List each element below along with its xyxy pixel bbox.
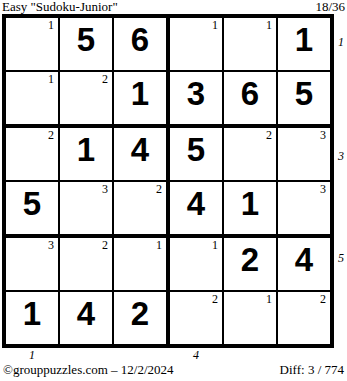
cell-r1c1[interactable]: 1 (6, 18, 60, 72)
column-label-1: 1 (29, 349, 35, 362)
footer: ©grouppuzzles.com – 12/2/2024 Diff: 3 / … (3, 363, 344, 377)
row-label-1: 1 (338, 36, 347, 49)
column-label-4: 4 (193, 349, 199, 362)
cell-r6c5[interactable]: 1 (224, 292, 278, 344)
cell-value: 1 (278, 18, 330, 70)
cell-r4c6[interactable]: 3 (278, 182, 330, 238)
cell-r3c2[interactable]: 1 (60, 128, 114, 182)
corner-mark: 3 (320, 129, 326, 142)
cell-r2c5[interactable]: 6 (224, 72, 278, 128)
cell-value: 1 (6, 292, 58, 344)
cell-r5c5[interactable]: 2 (224, 238, 278, 292)
cell-r4c3[interactable]: 2 (114, 182, 170, 238)
cell-r5c6[interactable]: 4 (278, 238, 330, 292)
cell-r2c2[interactable]: 2 (60, 72, 114, 128)
cell-r3c5[interactable]: 2 (224, 128, 278, 182)
cell-value: 1 (114, 72, 166, 124)
corner-mark: 3 (102, 183, 108, 196)
puzzle-title: Easy "Sudoku-Junior" (2, 0, 118, 14)
header: Easy "Sudoku-Junior" 18/36 (2, 0, 345, 14)
cell-r2c1[interactable]: 1 (6, 72, 60, 128)
cell-value: 3 (170, 72, 222, 124)
copyright-text: ©grouppuzzles.com – 12/2/2024 (3, 363, 174, 377)
cell-value: 6 (224, 72, 276, 124)
cell-r1c3[interactable]: 6 (114, 18, 170, 72)
corner-mark: 2 (266, 129, 272, 142)
cell-r4c4[interactable]: 4 (170, 182, 224, 238)
difficulty-text: Diff: 3 / 774 (280, 363, 344, 377)
cell-r3c3[interactable]: 4 (114, 128, 170, 182)
cell-r1c6[interactable]: 1 (278, 18, 330, 72)
cell-r2c3[interactable]: 1 (114, 72, 170, 128)
cell-r6c2[interactable]: 4 (60, 292, 114, 344)
cell-r3c4[interactable]: 5 (170, 128, 224, 182)
cell-r6c4[interactable]: 2 (170, 292, 224, 344)
filled-counter: 18/36 (315, 0, 345, 14)
corner-mark: 1 (48, 73, 54, 86)
cell-value: 1 (60, 128, 112, 180)
cell-r3c6[interactable]: 3 (278, 128, 330, 182)
corner-mark: 1 (48, 19, 54, 32)
cell-value: 4 (60, 292, 112, 344)
cell-r2c4[interactable]: 3 (170, 72, 224, 128)
cell-value: 4 (114, 128, 166, 180)
cell-value: 1 (224, 182, 276, 234)
corner-mark: 2 (156, 183, 162, 196)
cell-r5c1[interactable]: 3 (6, 238, 60, 292)
cell-value: 2 (114, 292, 166, 344)
cell-r4c2[interactable]: 3 (60, 182, 114, 238)
cell-r6c6[interactable]: 2 (278, 292, 330, 344)
cell-value: 5 (278, 72, 330, 124)
cell-value: 5 (6, 182, 58, 234)
corner-mark: 3 (48, 239, 54, 252)
puzzle-page: Easy "Sudoku-Junior" 18/36 1561111213652… (0, 0, 347, 381)
corner-mark: 1 (156, 239, 162, 252)
corner-mark: 2 (102, 239, 108, 252)
cell-r2c6[interactable]: 5 (278, 72, 330, 128)
cell-r4c1[interactable]: 5 (6, 182, 60, 238)
cell-r4c5[interactable]: 1 (224, 182, 278, 238)
corner-mark: 2 (212, 293, 218, 306)
row-label-5: 5 (338, 252, 347, 265)
cell-value: 4 (278, 238, 330, 290)
corner-mark: 1 (212, 19, 218, 32)
cell-r1c4[interactable]: 1 (170, 18, 224, 72)
corner-mark: 1 (266, 293, 272, 306)
cell-value: 6 (114, 18, 166, 70)
corner-mark: 2 (48, 129, 54, 142)
corner-mark: 2 (102, 73, 108, 86)
cell-r1c2[interactable]: 5 (60, 18, 114, 72)
cell-r5c2[interactable]: 2 (60, 238, 114, 292)
corner-mark: 2 (320, 293, 326, 306)
cell-r5c4[interactable]: 1 (170, 238, 224, 292)
cell-value: 2 (224, 238, 276, 290)
cell-r5c3[interactable]: 1 (114, 238, 170, 292)
cell-r3c1[interactable]: 2 (6, 128, 60, 182)
cell-r6c3[interactable]: 2 (114, 292, 170, 344)
cell-value: 5 (170, 128, 222, 180)
cell-r1c5[interactable]: 1 (224, 18, 278, 72)
row-label-3: 3 (338, 150, 347, 163)
cell-r6c1[interactable]: 1 (6, 292, 60, 344)
cell-value: 4 (170, 182, 222, 234)
corner-mark: 3 (320, 183, 326, 196)
sudoku-grid: 156111121365214523532413321124142212 (2, 14, 334, 348)
corner-mark: 1 (212, 239, 218, 252)
corner-mark: 1 (266, 19, 272, 32)
cell-value: 5 (60, 18, 112, 70)
